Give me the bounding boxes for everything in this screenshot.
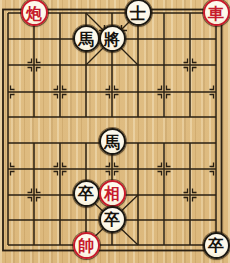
piece-black-soldier[interactable]: 卒 xyxy=(73,180,100,207)
piece-glyph: 馬 xyxy=(104,134,120,150)
piece-glyph: 帥 xyxy=(78,238,94,254)
xiangqi-board[interactable]: 炮士車馬將馬卒相卒帥卒 xyxy=(0,0,230,263)
piece-glyph: 馬 xyxy=(78,31,94,47)
piece-glyph: 卒 xyxy=(78,186,94,202)
piece-black-horse[interactable]: 馬 xyxy=(73,25,100,52)
piece-grid: 炮士車馬將馬卒相卒帥卒 xyxy=(0,0,229,258)
piece-glyph: 卒 xyxy=(104,212,120,228)
piece-glyph: 相 xyxy=(104,186,120,202)
piece-glyph: 士 xyxy=(130,5,146,21)
piece-red-general[interactable]: 帥 xyxy=(73,232,100,259)
piece-red-cannon[interactable]: 炮 xyxy=(21,0,48,26)
piece-black-advisor[interactable]: 士 xyxy=(125,0,152,26)
piece-red-elephant[interactable]: 相 xyxy=(99,180,126,207)
piece-black-soldier[interactable]: 卒 xyxy=(99,206,126,233)
piece-glyph: 卒 xyxy=(208,238,224,254)
piece-glyph: 炮 xyxy=(26,5,42,21)
piece-glyph: 將 xyxy=(104,31,120,47)
piece-red-chariot[interactable]: 車 xyxy=(203,0,230,26)
piece-glyph: 車 xyxy=(208,5,224,21)
piece-black-soldier[interactable]: 卒 xyxy=(203,232,230,259)
piece-black-general[interactable]: 將 xyxy=(99,25,126,52)
piece-black-horse[interactable]: 馬 xyxy=(99,128,126,155)
